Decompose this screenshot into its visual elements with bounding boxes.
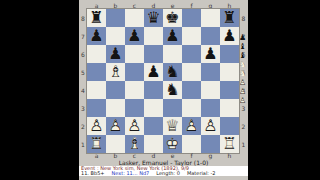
white-bishop[interactable]: ♝♗ [106, 63, 125, 81]
white-bishop[interactable]: ♝♗ [125, 135, 144, 153]
white-pawn[interactable]: ♟♙ [125, 117, 144, 135]
square-c7[interactable]: ♟ [125, 27, 144, 45]
square-b4[interactable] [106, 81, 125, 99]
white-pawn[interactable]: ♟♙ [106, 117, 125, 135]
square-a3[interactable] [87, 99, 106, 117]
white-knight[interactable]: ♞♘ [238, 69, 247, 78]
square-d5[interactable]: ♟ [144, 63, 163, 81]
file-label-c: c [133, 2, 136, 9]
black-rook[interactable]: ♜ [87, 9, 106, 27]
square-d7[interactable] [144, 27, 163, 45]
square-b1[interactable] [106, 135, 125, 153]
white-knight[interactable]: ♞♘ [238, 60, 247, 69]
square-g7[interactable] [201, 27, 220, 45]
square-e4[interactable]: ♞ [163, 81, 182, 99]
game-title: Lasker, Emanuel - Taylor (1-0) [79, 159, 248, 166]
rank-label-6: 6 [81, 51, 85, 58]
square-g5[interactable] [201, 63, 220, 81]
square-c6[interactable] [125, 45, 144, 63]
video-frame: abcdefgh 87654321 ♜♛♚♜♟♟♟♟♟♟♝♗♟♞♞♟♙♟♙♟♙♛… [0, 0, 320, 180]
rank-label-1: 1 [242, 141, 246, 148]
white-pawn[interactable]: ♟♙ [182, 117, 201, 135]
black-king[interactable]: ♚ [163, 9, 182, 27]
white-pawn[interactable]: ♟♙ [238, 87, 247, 96]
square-h1[interactable]: ♜♖ [220, 135, 239, 153]
info-panel: Event : New York sim, New York (1892), 9… [79, 166, 248, 176]
square-b3[interactable] [106, 99, 125, 117]
chess-board[interactable]: ♜♛♚♜♟♟♟♟♟♟♝♗♟♞♞♟♙♟♙♟♙♛♕♟♙♟♙♜♖♝♗♚♔♜♖ [87, 9, 239, 153]
black-queen[interactable]: ♛ [144, 9, 163, 27]
rank-label-8: 8 [81, 15, 85, 22]
rank-label-5: 5 [81, 69, 85, 76]
white-queen[interactable]: ♛♕ [163, 117, 182, 135]
square-h4[interactable] [220, 81, 239, 99]
rank-label-2: 2 [81, 123, 85, 130]
square-h3[interactable] [220, 99, 239, 117]
square-b6[interactable]: ♟ [106, 45, 125, 63]
square-g3[interactable] [201, 99, 220, 117]
square-f8[interactable] [182, 9, 201, 27]
rank-labels-left: 87654321 [79, 9, 87, 153]
file-label-g: g [209, 2, 213, 9]
black-pawn[interactable]: ♟ [220, 27, 239, 45]
square-d2[interactable] [144, 117, 163, 135]
square-h2[interactable] [220, 117, 239, 135]
square-h7[interactable]: ♟ [220, 27, 239, 45]
black-pawn[interactable]: ♟ [106, 45, 125, 63]
square-e8[interactable]: ♚ [163, 9, 182, 27]
square-a8[interactable]: ♜ [87, 9, 106, 27]
square-f5[interactable] [182, 63, 201, 81]
square-d3[interactable] [144, 99, 163, 117]
square-e1[interactable]: ♚♔ [163, 135, 182, 153]
white-pawn[interactable]: ♟♙ [87, 117, 106, 135]
square-e7[interactable]: ♟ [163, 27, 182, 45]
square-f7[interactable] [182, 27, 201, 45]
square-f1[interactable] [182, 135, 201, 153]
square-c5[interactable] [125, 63, 144, 81]
square-f3[interactable] [182, 99, 201, 117]
square-g8[interactable] [201, 9, 220, 27]
square-a2[interactable]: ♟♙ [87, 117, 106, 135]
square-g1[interactable] [201, 135, 220, 153]
black-pawn[interactable]: ♟ [125, 27, 144, 45]
rank-label-3: 3 [242, 105, 246, 112]
square-f6[interactable] [182, 45, 201, 63]
board-area: 87654321 ♜♛♚♜♟♟♟♟♟♟♝♗♟♞♞♟♙♟♙♟♙♛♕♟♙♟♙♜♖♝♗… [79, 9, 248, 153]
square-c4[interactable] [125, 81, 144, 99]
square-c2[interactable]: ♟♙ [125, 117, 144, 135]
white-king[interactable]: ♚♔ [163, 135, 182, 153]
rank-label-4: 4 [81, 87, 85, 94]
square-a5[interactable] [87, 63, 106, 81]
letterbox-right [248, 0, 320, 180]
black-pawn[interactable]: ♟ [238, 33, 247, 42]
square-a6[interactable] [87, 45, 106, 63]
letterbox-left [0, 0, 79, 180]
square-a7[interactable]: ♟ [87, 27, 106, 45]
square-h5[interactable] [220, 63, 239, 81]
chess-app-window: abcdefgh 87654321 ♜♛♚♜♟♟♟♟♟♟♝♗♟♞♞♟♙♟♙♟♙♛… [79, 0, 248, 180]
black-bishop[interactable]: ♝ [238, 42, 247, 51]
square-c1[interactable]: ♝♗ [125, 135, 144, 153]
square-c8[interactable] [125, 9, 144, 27]
square-d6[interactable] [144, 45, 163, 63]
white-pawn[interactable]: ♟♙ [238, 78, 247, 87]
square-d4[interactable] [144, 81, 163, 99]
rank-label-1: 1 [81, 141, 85, 148]
black-pawn[interactable]: ♟ [87, 27, 106, 45]
square-h8[interactable]: ♜ [220, 9, 239, 27]
square-f4[interactable] [182, 81, 201, 99]
white-rook[interactable]: ♜♖ [220, 135, 239, 153]
rank-label-2: 2 [242, 123, 246, 130]
square-b8[interactable] [106, 9, 125, 27]
square-a1[interactable]: ♜♖ [87, 135, 106, 153]
square-d1[interactable] [144, 135, 163, 153]
square-e6[interactable] [163, 45, 182, 63]
square-c3[interactable] [125, 99, 144, 117]
square-d8[interactable]: ♛ [144, 9, 163, 27]
square-f2[interactable]: ♟♙ [182, 117, 201, 135]
next-move: Next: 11... Nd7 [112, 171, 150, 176]
file-label-f: f [190, 2, 192, 9]
square-g4[interactable] [201, 81, 220, 99]
length-label: Length: 0 [156, 171, 180, 176]
rank-label-8: 8 [242, 15, 246, 22]
black-rook[interactable]: ♜ [220, 9, 239, 27]
rank-label-7: 7 [81, 33, 85, 40]
current-move: 11. Bb5+ [81, 171, 105, 176]
material-label: Material: -2 [187, 171, 216, 176]
file-label-b: b [114, 2, 118, 9]
square-g6[interactable]: ♟ [201, 45, 220, 63]
white-pawn[interactable]: ♟♙ [238, 96, 247, 105]
square-h6[interactable] [220, 45, 239, 63]
square-b2[interactable]: ♟♙ [106, 117, 125, 135]
rank-label-3: 3 [81, 105, 85, 112]
white-rook[interactable]: ♜♖ [87, 135, 106, 153]
square-e3[interactable] [163, 99, 182, 117]
square-e5[interactable]: ♞ [163, 63, 182, 81]
square-b5[interactable]: ♝♗ [106, 63, 125, 81]
black-pawn[interactable]: ♟ [144, 63, 163, 81]
black-knight[interactable]: ♞ [163, 81, 182, 99]
square-a4[interactable] [87, 81, 106, 99]
white-pawn[interactable]: ♟♙ [201, 117, 220, 135]
black-knight[interactable]: ♞ [163, 63, 182, 81]
square-b7[interactable] [106, 27, 125, 45]
square-g2[interactable]: ♟♙ [201, 117, 220, 135]
move-line: 11. Bb5+ Next: 11... Nd7 Length: 0 Mater… [81, 171, 246, 176]
black-bishop[interactable]: ♝ [238, 51, 247, 60]
black-pawn[interactable]: ♟ [201, 45, 220, 63]
black-pawn[interactable]: ♟ [163, 27, 182, 45]
square-e2[interactable]: ♛♕ [163, 117, 182, 135]
captured-pieces-tray: ♟♝♝♞♘♞♘♟♙♟♙♟♙ [238, 33, 247, 105]
